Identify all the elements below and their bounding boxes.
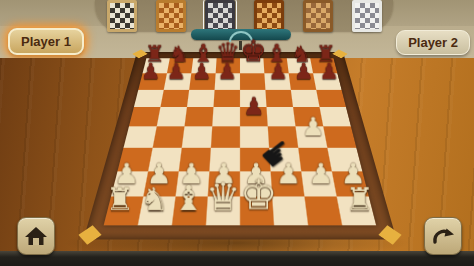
- piece-white-rook-a1[interactable]: ♜: [103, 185, 137, 228]
- piece-black-pawn-a7[interactable]: ♟: [138, 60, 163, 91]
- piece-white-knight-b1[interactable]: ♞: [137, 185, 171, 228]
- board-perspective: ♜♞♝♛♚♝♞♜♟♟♟♟♟♟♟♟♟♟♟♟♟♟♟♟♟♜♞♝♛♚♜ ☛: [137, 52, 343, 266]
- board-3d: ♜♞♝♛♚♝♞♜♟♟♟♟♟♟♟♟♟♟♟♟♟♟♟♟♟♜♞♝♛♚♜ ☛: [83, 52, 396, 239]
- board-theme-thumbnail-gray-slate[interactable]: [205, 0, 235, 32]
- piece-black-pawn-b7[interactable]: ♟: [164, 60, 189, 91]
- piece-layer: ♜♞♝♛♚♝♞♜♟♟♟♟♟♟♟♟♟♟♟♟♟♟♟♟♟♜♞♝♛♚♜ ☛: [104, 58, 377, 225]
- piece-black-king-e8[interactable]: ♚: [240, 36, 264, 74]
- player1-badge[interactable]: Player 1: [8, 28, 84, 55]
- piece-white-pawn-g4[interactable]: ♟: [298, 114, 327, 150]
- board-theme-thumbnail-white-gray[interactable]: [352, 0, 382, 32]
- piece-white-queen-d1[interactable]: ♛: [206, 177, 240, 228]
- board-theme-thumbnail-classic-black-white[interactable]: [107, 0, 137, 32]
- board-theme-thumbnail-wood-brown[interactable]: [254, 0, 284, 32]
- table-front-edge: [0, 251, 474, 266]
- board-theme-thumbnail-wood-orange[interactable]: [156, 0, 186, 32]
- piece-white-bishop-c1[interactable]: ♝: [172, 182, 206, 228]
- redo-button[interactable]: [424, 217, 462, 255]
- piece-black-pawn-d7[interactable]: ♟: [215, 60, 240, 91]
- theme-thumbnails: [95, 0, 393, 31]
- piece-white-rook-h1[interactable]: ♜: [343, 185, 377, 228]
- piece-white-pawn-f2[interactable]: ♟: [272, 160, 304, 199]
- piece-white-pawn-g2[interactable]: ♟: [305, 160, 337, 199]
- piece-black-pawn-e5[interactable]: ♟: [240, 94, 268, 128]
- home-button[interactable]: [17, 217, 55, 255]
- redo-arrow-icon: [430, 223, 456, 249]
- home-icon: [24, 224, 48, 248]
- piece-black-pawn-g7[interactable]: ♟: [291, 60, 316, 91]
- piece-white-king-e1[interactable]: ♚: [240, 174, 274, 228]
- board-frame: ♜♞♝♛♚♝♞♜♟♟♟♟♟♟♟♟♟♟♟♟♟♟♟♟♟♜♞♝♛♚♜ ☛: [83, 52, 396, 239]
- player2-badge[interactable]: Player 2: [396, 30, 470, 55]
- piece-black-pawn-c7[interactable]: ♟: [189, 60, 214, 91]
- piece-black-pawn-f7[interactable]: ♟: [265, 60, 290, 91]
- board-theme-thumbnail-tan-brown[interactable]: [303, 0, 333, 32]
- piece-black-pawn-h7[interactable]: ♟: [316, 60, 341, 91]
- board-surface: ♜♞♝♛♚♝♞♜♟♟♟♟♟♟♟♟♟♟♟♟♟♟♟♟♟♜♞♝♛♚♜ ☛: [104, 58, 377, 225]
- game-screen: Player 1 Player 2 ♜♞♝♛♚♝♞♜♟♟♟♟♟♟♟♟♟♟♟♟♟♟…: [0, 0, 474, 266]
